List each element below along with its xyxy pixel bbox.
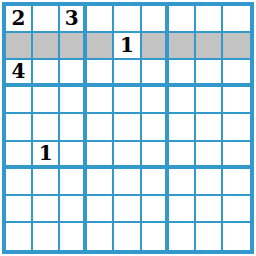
- cell-r9c6[interactable]: [142, 223, 169, 250]
- cell-r3c7[interactable]: [169, 60, 196, 87]
- cell-r5c7[interactable]: [169, 114, 196, 141]
- cell-r4c9[interactable]: [223, 87, 250, 114]
- cell-r9c9[interactable]: [223, 223, 250, 250]
- cell-r8c7[interactable]: [169, 196, 196, 223]
- cell-r8c5[interactable]: [114, 196, 141, 223]
- cell-r5c6[interactable]: [142, 114, 169, 141]
- cell-r3c8[interactable]: [196, 60, 223, 87]
- cell-r9c2[interactable]: [33, 223, 60, 250]
- cell-r4c5[interactable]: [114, 87, 141, 114]
- cell-r1c5[interactable]: [114, 6, 141, 33]
- page: { "game": "sudoku", "grid": { "rows": 9,…: [0, 0, 256, 256]
- cell-r1c6[interactable]: [142, 6, 169, 33]
- cell-r5c5[interactable]: [114, 114, 141, 141]
- cell-r6c9[interactable]: [223, 142, 250, 169]
- cell-r8c6[interactable]: [142, 196, 169, 223]
- cell-r7c6[interactable]: [142, 169, 169, 196]
- cell-r9c8[interactable]: [196, 223, 223, 250]
- cell-r7c2[interactable]: [33, 169, 60, 196]
- cell-r8c9[interactable]: [223, 196, 250, 223]
- cell-r6c5[interactable]: [114, 142, 141, 169]
- cell-r1c2[interactable]: [33, 6, 60, 33]
- cell-r8c8[interactable]: [196, 196, 223, 223]
- cell-r2c4[interactable]: [87, 33, 114, 60]
- cell-r1c1[interactable]: 2: [6, 6, 33, 33]
- cell-r8c3[interactable]: [60, 196, 87, 223]
- cell-r3c5[interactable]: [114, 60, 141, 87]
- cell-r3c4[interactable]: [87, 60, 114, 87]
- cell-r1c4[interactable]: [87, 6, 114, 33]
- cell-r7c3[interactable]: [60, 169, 87, 196]
- cell-r9c1[interactable]: [6, 223, 33, 250]
- cell-r7c7[interactable]: [169, 169, 196, 196]
- cell-r2c7[interactable]: [169, 33, 196, 60]
- cell-r7c9[interactable]: [223, 169, 250, 196]
- cell-r9c4[interactable]: [87, 223, 114, 250]
- cell-r5c1[interactable]: [6, 114, 33, 141]
- cell-r6c4[interactable]: [87, 142, 114, 169]
- cell-r3c1[interactable]: 4: [6, 60, 33, 87]
- cell-r9c5[interactable]: [114, 223, 141, 250]
- cell-r8c1[interactable]: [6, 196, 33, 223]
- cell-r7c5[interactable]: [114, 169, 141, 196]
- cell-r3c2[interactable]: [33, 60, 60, 87]
- cell-r4c4[interactable]: [87, 87, 114, 114]
- cell-r3c6[interactable]: [142, 60, 169, 87]
- cell-r5c4[interactable]: [87, 114, 114, 141]
- sudoku-board: 23141: [2, 2, 254, 254]
- cell-r2c9[interactable]: [223, 33, 250, 60]
- cell-r6c8[interactable]: [196, 142, 223, 169]
- cell-r1c9[interactable]: [223, 6, 250, 33]
- cell-r2c2[interactable]: [33, 33, 60, 60]
- cell-r6c3[interactable]: [60, 142, 87, 169]
- cell-r5c2[interactable]: [33, 114, 60, 141]
- cell-r8c4[interactable]: [87, 196, 114, 223]
- cell-r1c3[interactable]: 3: [60, 6, 87, 33]
- cell-r2c5[interactable]: 1: [114, 33, 141, 60]
- cell-r7c1[interactable]: [6, 169, 33, 196]
- cell-r5c9[interactable]: [223, 114, 250, 141]
- cell-r6c2[interactable]: 1: [33, 142, 60, 169]
- cell-r6c1[interactable]: [6, 142, 33, 169]
- cell-r7c4[interactable]: [87, 169, 114, 196]
- cell-r4c3[interactable]: [60, 87, 87, 114]
- cell-r4c8[interactable]: [196, 87, 223, 114]
- cell-r8c2[interactable]: [33, 196, 60, 223]
- cell-r4c6[interactable]: [142, 87, 169, 114]
- cell-r1c7[interactable]: [169, 6, 196, 33]
- cell-r1c8[interactable]: [196, 6, 223, 33]
- cell-r3c9[interactable]: [223, 60, 250, 87]
- cell-r2c6[interactable]: [142, 33, 169, 60]
- cell-r4c1[interactable]: [6, 87, 33, 114]
- cell-r6c6[interactable]: [142, 142, 169, 169]
- cell-r2c1[interactable]: [6, 33, 33, 60]
- cell-r9c3[interactable]: [60, 223, 87, 250]
- cell-r2c3[interactable]: [60, 33, 87, 60]
- cell-r5c8[interactable]: [196, 114, 223, 141]
- cell-r6c7[interactable]: [169, 142, 196, 169]
- cell-r3c3[interactable]: [60, 60, 87, 87]
- cell-r4c7[interactable]: [169, 87, 196, 114]
- cell-r5c3[interactable]: [60, 114, 87, 141]
- cell-r7c8[interactable]: [196, 169, 223, 196]
- cell-r9c7[interactable]: [169, 223, 196, 250]
- cell-r4c2[interactable]: [33, 87, 60, 114]
- cell-r2c8[interactable]: [196, 33, 223, 60]
